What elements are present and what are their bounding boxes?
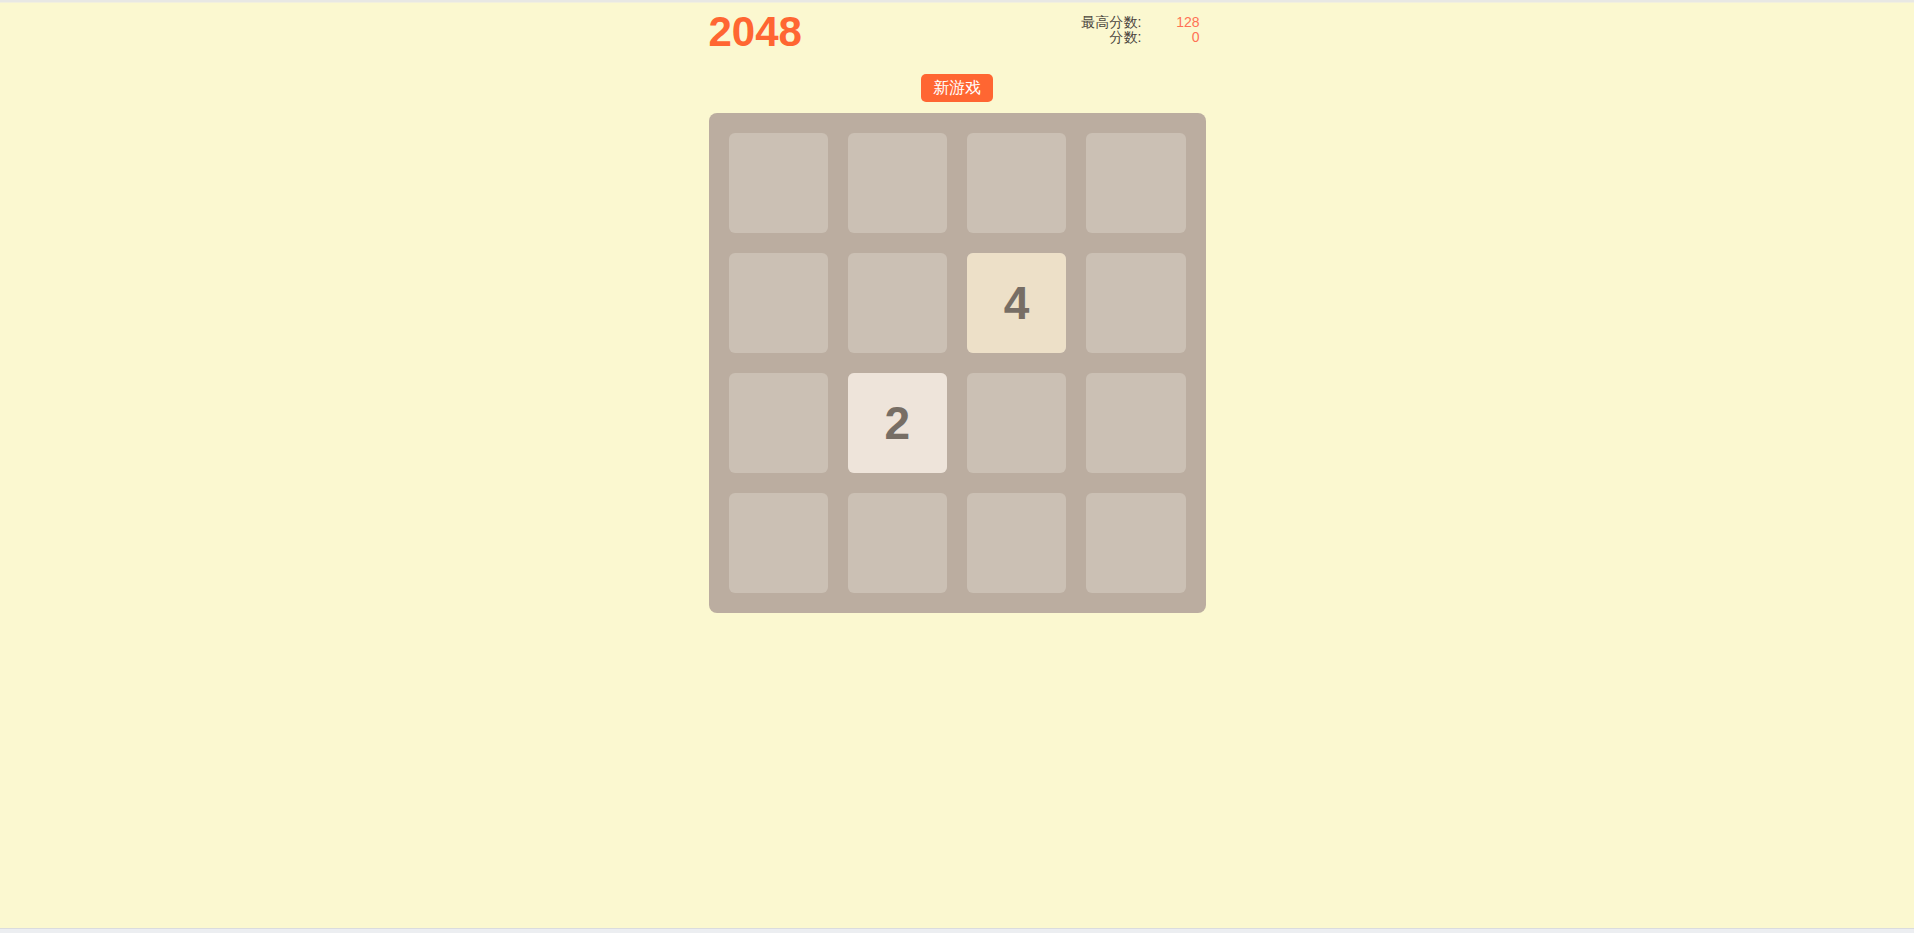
board[interactable]: 42 — [709, 113, 1206, 613]
cell-r4c1 — [729, 493, 828, 593]
current-score-value: 0 — [1142, 30, 1200, 45]
best-score-value: 128 — [1142, 15, 1200, 30]
cell-r4c2 — [848, 493, 947, 593]
best-score-label: 最高分数: — [1082, 15, 1142, 30]
cell-r4c3 — [967, 493, 1066, 593]
cell-r3c3 — [967, 373, 1066, 473]
cell-r3c4 — [1086, 373, 1185, 473]
cell-r3c2: 2 — [848, 373, 947, 473]
current-score-label: 分数: — [1082, 30, 1142, 45]
cell-r3c1 — [729, 373, 828, 473]
cell-r1c2 — [848, 133, 947, 233]
horizontal-scrollbar[interactable] — [0, 928, 1914, 933]
game-container: 2048 最高分数: 128 分数: 0 新游戏 42 — [709, 3, 1206, 613]
cell-r4c4 — [1086, 493, 1185, 593]
cell-r2c4 — [1086, 253, 1185, 353]
cell-r1c3 — [967, 133, 1066, 233]
cell-r1c1 — [729, 133, 828, 233]
page-title: 2048 — [709, 8, 802, 55]
cell-r2c1 — [729, 253, 828, 353]
button-row: 新游戏 — [709, 74, 1206, 102]
cell-r1c4 — [1086, 133, 1185, 233]
new-game-button[interactable]: 新游戏 — [921, 74, 993, 102]
cell-r2c3: 4 — [967, 253, 1066, 353]
score-panel: 最高分数: 128 分数: 0 — [1082, 15, 1206, 45]
header: 2048 最高分数: 128 分数: 0 — [709, 3, 1206, 55]
tile-4: 4 — [967, 253, 1066, 353]
tile-2: 2 — [848, 373, 947, 473]
cell-r2c2 — [848, 253, 947, 353]
